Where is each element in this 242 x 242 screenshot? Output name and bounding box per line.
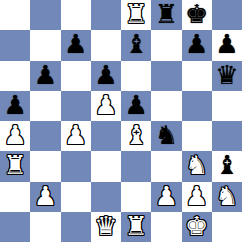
white-pawn[interactable]: ♟ [94, 92, 117, 118]
square-c6[interactable] [61, 61, 91, 91]
black-bishop[interactable]: ♝ [215, 152, 238, 178]
square-f8[interactable]: ♜ [151, 0, 181, 30]
black-queen[interactable]: ♛ [215, 62, 238, 88]
white-rook[interactable]: ♜ [124, 1, 147, 27]
square-b3[interactable] [30, 151, 60, 181]
white-queen[interactable]: ♛ [94, 213, 117, 239]
black-pawn[interactable]: ♟ [34, 62, 57, 88]
square-e1[interactable]: ♜ [121, 212, 151, 242]
square-c4[interactable]: ♟ [61, 121, 91, 151]
square-g3[interactable]: ♞ [182, 151, 212, 181]
square-g5[interactable] [182, 91, 212, 121]
square-c1[interactable] [61, 212, 91, 242]
square-b7[interactable] [30, 30, 60, 60]
black-pawn[interactable]: ♟ [64, 31, 87, 57]
square-d8[interactable] [91, 0, 121, 30]
square-f1[interactable] [151, 212, 181, 242]
square-d1[interactable]: ♛ [91, 212, 121, 242]
square-g4[interactable] [182, 121, 212, 151]
square-e5[interactable]: ♟ [121, 91, 151, 121]
square-b1[interactable] [30, 212, 60, 242]
square-e7[interactable]: ♝ [121, 30, 151, 60]
square-c3[interactable] [61, 151, 91, 181]
square-e2[interactable] [121, 182, 151, 212]
square-g8[interactable]: ♚ [182, 0, 212, 30]
white-knight[interactable]: ♞ [215, 183, 238, 209]
chess-board: ♜♜♚♟♝♟♟♟♟♛♟♟♟♟♟♝♞♜♞♝♟♟♟♞♛♜♚ [0, 0, 242, 242]
square-g2[interactable]: ♟ [182, 182, 212, 212]
square-b5[interactable] [30, 91, 60, 121]
white-bishop[interactable]: ♝ [124, 122, 147, 148]
square-h2[interactable]: ♞ [212, 182, 242, 212]
square-b4[interactable] [30, 121, 60, 151]
square-g7[interactable]: ♟ [182, 30, 212, 60]
square-h4[interactable] [212, 121, 242, 151]
square-f7[interactable] [151, 30, 181, 60]
square-a8[interactable] [0, 0, 30, 30]
square-d4[interactable] [91, 121, 121, 151]
black-knight[interactable]: ♞ [155, 122, 178, 148]
black-pawn[interactable]: ♟ [3, 92, 26, 118]
square-d3[interactable] [91, 151, 121, 181]
square-a6[interactable] [0, 61, 30, 91]
square-c8[interactable] [61, 0, 91, 30]
square-c2[interactable] [61, 182, 91, 212]
square-e8[interactable]: ♜ [121, 0, 151, 30]
white-pawn[interactable]: ♟ [185, 183, 208, 209]
square-b6[interactable]: ♟ [30, 61, 60, 91]
white-knight[interactable]: ♞ [185, 152, 208, 178]
square-f5[interactable] [151, 91, 181, 121]
white-pawn[interactable]: ♟ [155, 183, 178, 209]
square-e6[interactable] [121, 61, 151, 91]
square-d5[interactable]: ♟ [91, 91, 121, 121]
square-h7[interactable]: ♟ [212, 30, 242, 60]
white-pawn[interactable]: ♟ [3, 122, 26, 148]
square-a7[interactable] [0, 30, 30, 60]
black-pawn[interactable]: ♟ [215, 31, 238, 57]
black-rook[interactable]: ♜ [155, 1, 178, 27]
square-a3[interactable]: ♜ [0, 151, 30, 181]
square-d2[interactable] [91, 182, 121, 212]
square-h5[interactable] [212, 91, 242, 121]
square-b2[interactable]: ♟ [30, 182, 60, 212]
square-f2[interactable]: ♟ [151, 182, 181, 212]
black-pawn[interactable]: ♟ [124, 92, 147, 118]
white-pawn[interactable]: ♟ [34, 183, 57, 209]
square-c5[interactable] [61, 91, 91, 121]
square-d6[interactable]: ♟ [91, 61, 121, 91]
square-h8[interactable] [212, 0, 242, 30]
white-rook[interactable]: ♜ [3, 152, 26, 178]
square-g6[interactable] [182, 61, 212, 91]
square-a2[interactable] [0, 182, 30, 212]
square-f4[interactable]: ♞ [151, 121, 181, 151]
black-king[interactable]: ♚ [185, 1, 208, 27]
square-e3[interactable] [121, 151, 151, 181]
square-h6[interactable]: ♛ [212, 61, 242, 91]
square-g1[interactable]: ♚ [182, 212, 212, 242]
square-c7[interactable]: ♟ [61, 30, 91, 60]
square-b8[interactable] [30, 0, 60, 30]
square-f3[interactable] [151, 151, 181, 181]
square-h3[interactable]: ♝ [212, 151, 242, 181]
square-e4[interactable]: ♝ [121, 121, 151, 151]
square-a4[interactable]: ♟ [0, 121, 30, 151]
white-king[interactable]: ♚ [185, 213, 208, 239]
square-a1[interactable] [0, 212, 30, 242]
black-pawn[interactable]: ♟ [185, 31, 208, 57]
white-rook[interactable]: ♜ [124, 213, 147, 239]
black-pawn[interactable]: ♟ [94, 62, 117, 88]
square-f6[interactable] [151, 61, 181, 91]
white-pawn[interactable]: ♟ [64, 122, 87, 148]
square-a5[interactable]: ♟ [0, 91, 30, 121]
black-bishop[interactable]: ♝ [124, 31, 147, 57]
square-d7[interactable] [91, 30, 121, 60]
square-h1[interactable] [212, 212, 242, 242]
